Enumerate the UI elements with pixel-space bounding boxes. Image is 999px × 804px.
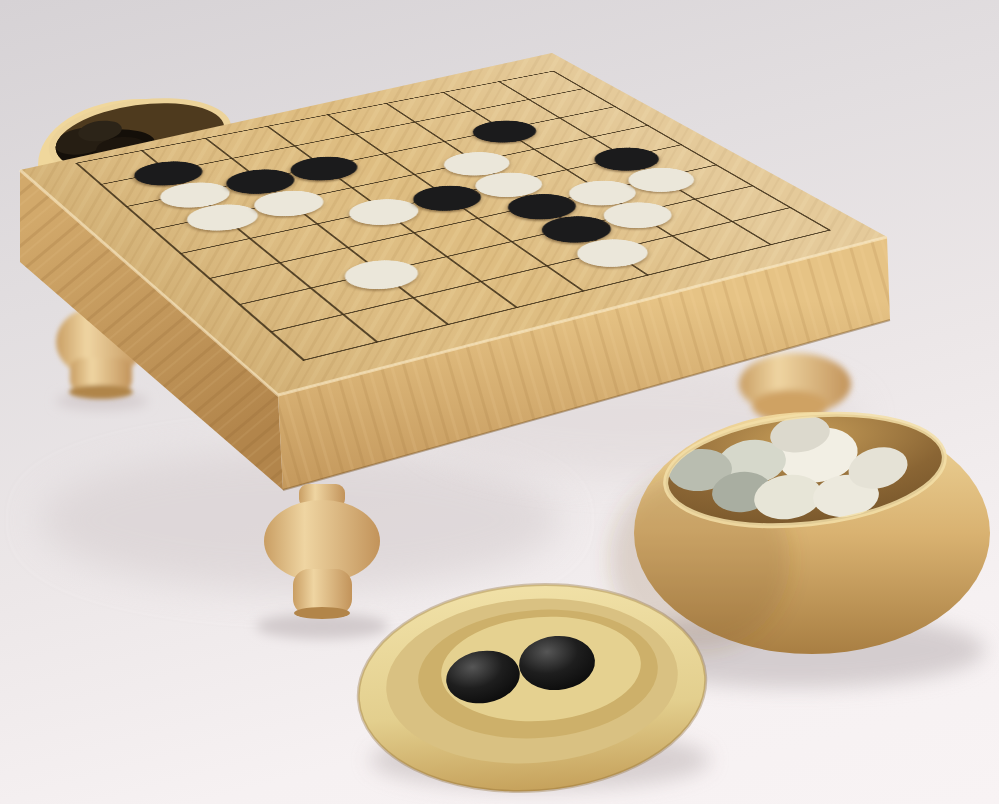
scene-artwork [0,0,999,804]
go-set-photo-scene: ●●●●●●●●●●●●●●●●●●● [0,0,999,804]
